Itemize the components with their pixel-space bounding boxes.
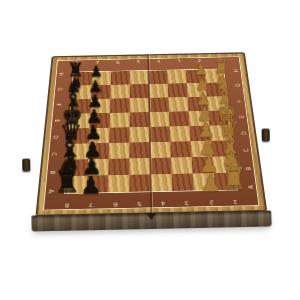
square-e3 bbox=[169, 111, 190, 126]
coord-label: A bbox=[239, 182, 264, 192]
square-b3 bbox=[171, 157, 193, 174]
square-g7 bbox=[91, 85, 111, 99]
square-b7 bbox=[87, 159, 109, 176]
coord-label: C bbox=[235, 146, 259, 155]
square-a6 bbox=[108, 175, 130, 192]
square-f2 bbox=[188, 97, 209, 112]
square-b2 bbox=[192, 157, 214, 174]
coord-label: 5 bbox=[127, 199, 151, 209]
coord-label: H bbox=[50, 71, 71, 79]
square-g5 bbox=[130, 84, 149, 98]
square-c4 bbox=[150, 142, 171, 158]
square-a4 bbox=[151, 174, 173, 191]
chess-set-photo: 87654321 87654321 HGFEDCBA HGFEDCBA ♜♟♟♜… bbox=[0, 0, 300, 300]
square-b8 bbox=[66, 159, 88, 176]
playing-area bbox=[64, 69, 238, 194]
square-d2 bbox=[190, 126, 211, 142]
square-e5 bbox=[130, 112, 150, 127]
coordinate-border-band bbox=[43, 56, 260, 210]
square-a8 bbox=[65, 176, 87, 193]
square-d5 bbox=[130, 127, 150, 143]
square-c5 bbox=[130, 142, 151, 158]
coord-label: F bbox=[229, 97, 251, 105]
coord-label: 4 bbox=[151, 198, 175, 208]
coord-label: 1 bbox=[223, 197, 248, 207]
square-f5 bbox=[130, 98, 150, 113]
square-b4 bbox=[150, 158, 171, 175]
square-f1 bbox=[207, 96, 228, 111]
square-d3 bbox=[170, 126, 191, 142]
coord-label: 8 bbox=[55, 200, 80, 210]
square-h2 bbox=[186, 70, 206, 84]
square-f7 bbox=[90, 99, 110, 114]
square-b1 bbox=[212, 156, 235, 173]
coord-label: C bbox=[42, 150, 65, 159]
square-d6 bbox=[109, 127, 129, 143]
file-labels-left: HGFEDCBA bbox=[44, 67, 67, 201]
square-h3 bbox=[167, 70, 187, 84]
square-h5 bbox=[130, 71, 149, 85]
square-f4 bbox=[149, 97, 169, 112]
coord-label: 3 bbox=[175, 198, 200, 208]
coord-label: 8 bbox=[67, 60, 88, 67]
coord-label: 6 bbox=[108, 59, 129, 66]
coord-label: 6 bbox=[103, 199, 127, 209]
square-e1 bbox=[208, 110, 229, 125]
coord-label: A bbox=[38, 186, 62, 196]
square-d1 bbox=[210, 125, 232, 141]
square-c6 bbox=[109, 143, 130, 159]
left-latch-icon bbox=[22, 159, 30, 172]
square-b5 bbox=[129, 158, 150, 175]
coord-label: B bbox=[237, 164, 261, 173]
coord-label: D bbox=[233, 129, 256, 138]
square-c2 bbox=[191, 141, 213, 157]
board-grid bbox=[65, 69, 237, 193]
coord-label: G bbox=[227, 82, 249, 90]
fold-notch bbox=[146, 213, 156, 220]
square-h7 bbox=[92, 71, 111, 85]
coord-label: 1 bbox=[209, 57, 230, 64]
square-b6 bbox=[108, 158, 129, 175]
square-e6 bbox=[110, 113, 130, 128]
square-e8 bbox=[70, 113, 91, 128]
square-c8 bbox=[67, 143, 88, 159]
coord-label: 7 bbox=[87, 59, 108, 66]
rank-labels-top: 87654321 bbox=[67, 57, 231, 67]
square-e2 bbox=[189, 111, 210, 126]
coord-label: E bbox=[45, 116, 68, 125]
coord-label: 2 bbox=[199, 197, 224, 207]
square-h6 bbox=[111, 71, 130, 85]
coord-label: G bbox=[49, 85, 71, 93]
coord-label: E bbox=[231, 112, 254, 120]
square-a1 bbox=[214, 173, 237, 190]
square-g1 bbox=[206, 82, 227, 96]
coord-label: D bbox=[44, 133, 67, 142]
square-f8 bbox=[71, 99, 91, 114]
square-a2 bbox=[193, 173, 216, 190]
square-g8 bbox=[72, 85, 92, 99]
square-e7 bbox=[90, 113, 110, 128]
coord-label: 3 bbox=[169, 58, 190, 65]
square-g4 bbox=[149, 84, 169, 98]
square-c7 bbox=[88, 143, 109, 159]
coord-label: B bbox=[40, 168, 64, 178]
square-a5 bbox=[129, 174, 150, 191]
coord-label: 4 bbox=[148, 58, 169, 65]
square-g2 bbox=[187, 83, 207, 97]
square-a7 bbox=[86, 175, 108, 192]
rank-labels-bottom: 87654321 bbox=[55, 197, 248, 211]
coord-label: 5 bbox=[128, 58, 148, 65]
square-e4 bbox=[149, 112, 169, 127]
square-a3 bbox=[172, 173, 194, 190]
coord-label: H bbox=[226, 67, 248, 75]
coord-label: 2 bbox=[189, 57, 210, 64]
square-d4 bbox=[150, 126, 171, 142]
square-h1 bbox=[205, 69, 225, 83]
square-g3 bbox=[168, 83, 188, 97]
square-d8 bbox=[69, 128, 90, 144]
coord-label: F bbox=[47, 101, 69, 109]
right-latch-icon bbox=[262, 128, 270, 141]
square-d7 bbox=[89, 128, 110, 144]
square-f3 bbox=[168, 97, 188, 112]
square-c1 bbox=[211, 140, 233, 156]
square-c3 bbox=[170, 141, 191, 157]
coord-label: 7 bbox=[79, 200, 103, 210]
square-h4 bbox=[149, 70, 168, 84]
square-f6 bbox=[110, 98, 130, 113]
chess-board: 87654321 87654321 HGFEDCBA HGFEDCBA ♜♟♟♜… bbox=[35, 52, 267, 216]
square-g6 bbox=[110, 84, 129, 98]
board-tilt-wrapper: 87654321 87654321 HGFEDCBA HGFEDCBA ♜♟♟♜… bbox=[0, 0, 300, 300]
square-h8 bbox=[73, 72, 93, 86]
